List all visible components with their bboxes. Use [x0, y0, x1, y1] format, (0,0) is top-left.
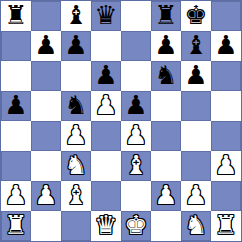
- square-b3[interactable]: [31, 151, 61, 181]
- white-knight[interactable]: ♞: [64, 152, 87, 178]
- white-rook[interactable]: ♜: [4, 212, 27, 238]
- white-pawn[interactable]: ♟: [184, 182, 207, 208]
- square-f2[interactable]: ♟: [151, 181, 181, 211]
- square-e1[interactable]: ♚: [121, 211, 151, 241]
- black-bishop[interactable]: ♝: [64, 2, 87, 28]
- square-f3[interactable]: [151, 151, 181, 181]
- square-c4[interactable]: ♟: [61, 121, 91, 151]
- square-a5[interactable]: ♟: [1, 91, 31, 121]
- square-e5[interactable]: ♟: [121, 91, 151, 121]
- square-c7[interactable]: ♟: [61, 31, 91, 61]
- square-e7[interactable]: [121, 31, 151, 61]
- black-knight[interactable]: ♞: [154, 62, 177, 88]
- square-g1[interactable]: ♞: [181, 211, 211, 241]
- square-g5[interactable]: [181, 91, 211, 121]
- square-a4[interactable]: [1, 121, 31, 151]
- square-d4[interactable]: [91, 121, 121, 151]
- square-f8[interactable]: ♜: [151, 1, 181, 31]
- square-c6[interactable]: [61, 61, 91, 91]
- square-d3[interactable]: [91, 151, 121, 181]
- black-pawn[interactable]: ♟: [154, 32, 177, 58]
- square-d2[interactable]: [91, 181, 121, 211]
- square-b7[interactable]: ♟: [31, 31, 61, 61]
- square-a3[interactable]: [1, 151, 31, 181]
- square-c5[interactable]: ♞: [61, 91, 91, 121]
- square-d1[interactable]: ♛: [91, 211, 121, 241]
- square-g3[interactable]: [181, 151, 211, 181]
- square-e4[interactable]: ♟: [121, 121, 151, 151]
- square-h6[interactable]: [211, 61, 241, 91]
- black-pawn[interactable]: ♟: [94, 62, 117, 88]
- square-a8[interactable]: ♜: [1, 1, 31, 31]
- black-rook[interactable]: ♜: [4, 2, 27, 28]
- square-b6[interactable]: [31, 61, 61, 91]
- square-a6[interactable]: [1, 61, 31, 91]
- white-pawn[interactable]: ♟: [34, 182, 57, 208]
- square-g8[interactable]: ♚: [181, 1, 211, 31]
- black-queen[interactable]: ♛: [94, 2, 117, 28]
- black-pawn[interactable]: ♟: [64, 32, 87, 58]
- square-b4[interactable]: [31, 121, 61, 151]
- square-a2[interactable]: ♟: [1, 181, 31, 211]
- square-c3[interactable]: ♞: [61, 151, 91, 181]
- white-pawn[interactable]: ♟: [4, 182, 27, 208]
- black-knight[interactable]: ♞: [64, 92, 87, 118]
- square-h7[interactable]: ♟: [211, 31, 241, 61]
- square-e3[interactable]: ♝: [121, 151, 151, 181]
- square-d8[interactable]: ♛: [91, 1, 121, 31]
- square-a7[interactable]: [1, 31, 31, 61]
- black-pawn[interactable]: ♟: [214, 32, 237, 58]
- black-rook[interactable]: ♜: [154, 2, 177, 28]
- square-h2[interactable]: [211, 181, 241, 211]
- square-b2[interactable]: ♟: [31, 181, 61, 211]
- square-f1[interactable]: [151, 211, 181, 241]
- white-king[interactable]: ♚: [124, 212, 147, 238]
- white-pawn[interactable]: ♟: [64, 122, 87, 148]
- square-c1[interactable]: [61, 211, 91, 241]
- black-pawn[interactable]: ♟: [124, 92, 147, 118]
- black-king[interactable]: ♚: [184, 2, 207, 28]
- white-bishop[interactable]: ♝: [64, 182, 87, 208]
- square-e8[interactable]: [121, 1, 151, 31]
- square-g4[interactable]: [181, 121, 211, 151]
- square-f5[interactable]: [151, 91, 181, 121]
- square-c2[interactable]: ♝: [61, 181, 91, 211]
- white-pawn[interactable]: ♟: [124, 122, 147, 148]
- square-e6[interactable]: [121, 61, 151, 91]
- black-bishop[interactable]: ♝: [184, 32, 207, 58]
- square-d5[interactable]: ♟: [91, 91, 121, 121]
- square-f4[interactable]: [151, 121, 181, 151]
- white-rook[interactable]: ♜: [214, 212, 237, 238]
- square-b8[interactable]: [31, 1, 61, 31]
- square-d7[interactable]: [91, 31, 121, 61]
- square-g6[interactable]: ♟: [181, 61, 211, 91]
- square-h8[interactable]: [211, 1, 241, 31]
- white-queen[interactable]: ♛: [94, 212, 117, 238]
- white-pawn[interactable]: ♟: [94, 92, 117, 118]
- square-h1[interactable]: ♜: [211, 211, 241, 241]
- square-c8[interactable]: ♝: [61, 1, 91, 31]
- square-f7[interactable]: ♟: [151, 31, 181, 61]
- square-h5[interactable]: [211, 91, 241, 121]
- chess-board-container: ♜♝♛♜♚♟♟♟♝♟♟♞♟♟♞♟♟♟♟♞♝♟♟♟♝♟♟♜♛♚♞♜: [0, 0, 242, 242]
- black-pawn[interactable]: ♟: [4, 92, 27, 118]
- square-h4[interactable]: [211, 121, 241, 151]
- white-pawn[interactable]: ♟: [154, 182, 177, 208]
- white-pawn[interactable]: ♟: [214, 152, 237, 178]
- square-b5[interactable]: [31, 91, 61, 121]
- white-bishop[interactable]: ♝: [124, 152, 147, 178]
- square-a1[interactable]: ♜: [1, 211, 31, 241]
- black-pawn[interactable]: ♟: [34, 32, 57, 58]
- square-h3[interactable]: ♟: [211, 151, 241, 181]
- square-d6[interactable]: ♟: [91, 61, 121, 91]
- square-e2[interactable]: [121, 181, 151, 211]
- square-g2[interactable]: ♟: [181, 181, 211, 211]
- square-f6[interactable]: ♞: [151, 61, 181, 91]
- square-g7[interactable]: ♝: [181, 31, 211, 61]
- white-knight[interactable]: ♞: [184, 212, 207, 238]
- square-b1[interactable]: [31, 211, 61, 241]
- black-pawn[interactable]: ♟: [184, 62, 207, 88]
- chess-board: ♜♝♛♜♚♟♟♟♝♟♟♞♟♟♞♟♟♟♟♞♝♟♟♟♝♟♟♜♛♚♞♜: [0, 0, 242, 242]
